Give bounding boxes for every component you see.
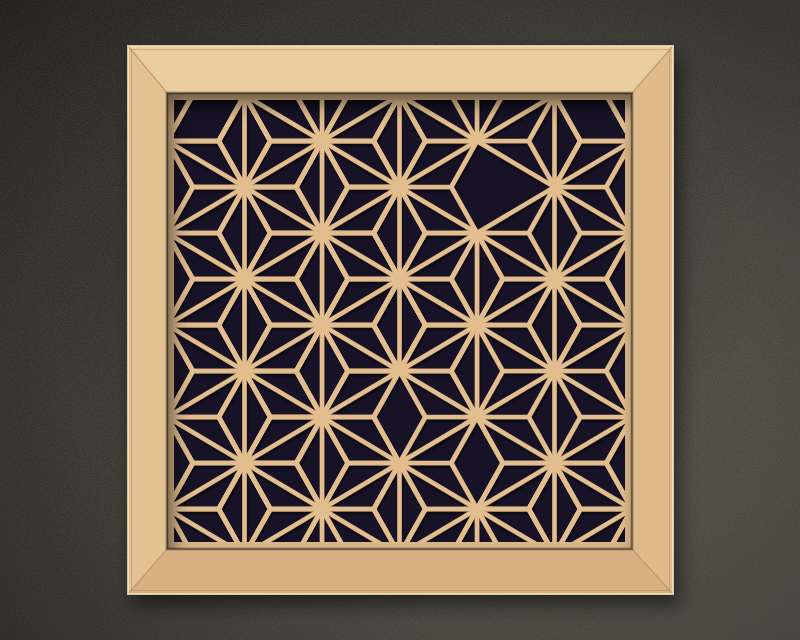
photo-scene	[0, 0, 800, 640]
kumiko-panel-photo	[0, 0, 800, 640]
